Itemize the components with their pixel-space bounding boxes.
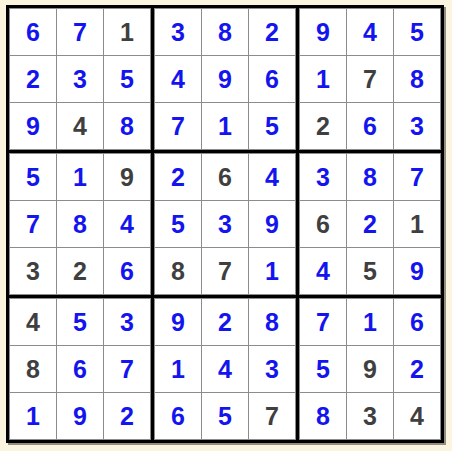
cell-r2c2[interactable]: 3 xyxy=(57,56,103,102)
cell-r2c9[interactable]: 8 xyxy=(394,56,440,102)
sudoku-block-1-2: 382496715 xyxy=(154,8,296,150)
cell-r3c9[interactable]: 3 xyxy=(394,103,440,149)
cell-r1c3[interactable]: 1 xyxy=(104,9,150,55)
cell-r5c6[interactable]: 9 xyxy=(249,201,295,247)
cell-r9c7[interactable]: 8 xyxy=(300,393,346,439)
cell-r7c4[interactable]: 9 xyxy=(155,299,201,345)
cell-r6c3[interactable]: 6 xyxy=(104,248,150,294)
sudoku-block-2-1: 519784326 xyxy=(9,153,151,295)
cell-r3c5[interactable]: 1 xyxy=(202,103,248,149)
cell-r5c5[interactable]: 3 xyxy=(202,201,248,247)
sudoku-block-3-1: 453867192 xyxy=(9,298,151,440)
sudoku-board: 6712359483824967159451782635197843262645… xyxy=(6,5,444,443)
cell-r6c7[interactable]: 4 xyxy=(300,248,346,294)
cell-r5c2[interactable]: 8 xyxy=(57,201,103,247)
cell-r3c4[interactable]: 7 xyxy=(155,103,201,149)
cell-r4c3[interactable]: 9 xyxy=(104,154,150,200)
cell-r9c5[interactable]: 5 xyxy=(202,393,248,439)
cell-r9c4[interactable]: 6 xyxy=(155,393,201,439)
cell-r1c9[interactable]: 5 xyxy=(394,9,440,55)
cell-r4c1[interactable]: 5 xyxy=(10,154,56,200)
cell-r8c6[interactable]: 3 xyxy=(249,346,295,392)
cell-r3c6[interactable]: 5 xyxy=(249,103,295,149)
cell-r1c1[interactable]: 6 xyxy=(10,9,56,55)
cell-r3c2[interactable]: 4 xyxy=(57,103,103,149)
sudoku-block-2-3: 387621459 xyxy=(299,153,441,295)
cell-r9c3[interactable]: 2 xyxy=(104,393,150,439)
cell-r7c8[interactable]: 1 xyxy=(347,299,393,345)
cell-r3c1[interactable]: 9 xyxy=(10,103,56,149)
sudoku-block-1-1: 671235948 xyxy=(9,8,151,150)
cell-r6c1[interactable]: 3 xyxy=(10,248,56,294)
cell-r4c8[interactable]: 8 xyxy=(347,154,393,200)
cell-r8c3[interactable]: 7 xyxy=(104,346,150,392)
cell-r3c8[interactable]: 6 xyxy=(347,103,393,149)
cell-r7c5[interactable]: 2 xyxy=(202,299,248,345)
sudoku-block-1-3: 945178263 xyxy=(299,8,441,150)
cell-r6c5[interactable]: 7 xyxy=(202,248,248,294)
cell-r2c5[interactable]: 9 xyxy=(202,56,248,102)
cell-r7c7[interactable]: 7 xyxy=(300,299,346,345)
cell-r4c4[interactable]: 2 xyxy=(155,154,201,200)
cell-r8c7[interactable]: 5 xyxy=(300,346,346,392)
cell-r8c2[interactable]: 6 xyxy=(57,346,103,392)
cell-r3c3[interactable]: 8 xyxy=(104,103,150,149)
cell-r9c9[interactable]: 4 xyxy=(394,393,440,439)
cell-r6c2[interactable]: 2 xyxy=(57,248,103,294)
cell-r7c3[interactable]: 3 xyxy=(104,299,150,345)
cell-r5c4[interactable]: 5 xyxy=(155,201,201,247)
cell-r2c7[interactable]: 1 xyxy=(300,56,346,102)
sudoku-block-3-3: 716592834 xyxy=(299,298,441,440)
cell-r9c2[interactable]: 9 xyxy=(57,393,103,439)
cell-r8c4[interactable]: 1 xyxy=(155,346,201,392)
cell-r1c5[interactable]: 8 xyxy=(202,9,248,55)
cell-r1c6[interactable]: 2 xyxy=(249,9,295,55)
cell-r5c8[interactable]: 2 xyxy=(347,201,393,247)
cell-r2c3[interactable]: 5 xyxy=(104,56,150,102)
cell-r9c1[interactable]: 1 xyxy=(10,393,56,439)
sudoku-block-3-2: 928143657 xyxy=(154,298,296,440)
cell-r7c9[interactable]: 6 xyxy=(394,299,440,345)
cell-r8c1[interactable]: 8 xyxy=(10,346,56,392)
cell-r5c7[interactable]: 6 xyxy=(300,201,346,247)
cell-r2c1[interactable]: 2 xyxy=(10,56,56,102)
cell-r2c8[interactable]: 7 xyxy=(347,56,393,102)
cell-r1c2[interactable]: 7 xyxy=(57,9,103,55)
cell-r1c7[interactable]: 9 xyxy=(300,9,346,55)
sudoku-block-2-2: 264539871 xyxy=(154,153,296,295)
cell-r2c6[interactable]: 6 xyxy=(249,56,295,102)
cell-r9c6[interactable]: 7 xyxy=(249,393,295,439)
cell-r6c8[interactable]: 5 xyxy=(347,248,393,294)
cell-r9c8[interactable]: 3 xyxy=(347,393,393,439)
cell-r4c2[interactable]: 1 xyxy=(57,154,103,200)
cell-r7c2[interactable]: 5 xyxy=(57,299,103,345)
cell-r1c4[interactable]: 3 xyxy=(155,9,201,55)
cell-r5c3[interactable]: 4 xyxy=(104,201,150,247)
cell-r1c8[interactable]: 4 xyxy=(347,9,393,55)
cell-r8c5[interactable]: 4 xyxy=(202,346,248,392)
cell-r6c6[interactable]: 1 xyxy=(249,248,295,294)
cell-r7c1[interactable]: 4 xyxy=(10,299,56,345)
cell-r4c5[interactable]: 6 xyxy=(202,154,248,200)
cell-r5c1[interactable]: 7 xyxy=(10,201,56,247)
cell-r6c9[interactable]: 9 xyxy=(394,248,440,294)
cell-r8c8[interactable]: 9 xyxy=(347,346,393,392)
cell-r2c4[interactable]: 4 xyxy=(155,56,201,102)
cell-r3c7[interactable]: 2 xyxy=(300,103,346,149)
cell-r6c4[interactable]: 8 xyxy=(155,248,201,294)
cell-r8c9[interactable]: 2 xyxy=(394,346,440,392)
cell-r5c9[interactable]: 1 xyxy=(394,201,440,247)
cell-r4c9[interactable]: 7 xyxy=(394,154,440,200)
cell-r4c6[interactable]: 4 xyxy=(249,154,295,200)
cell-r4c7[interactable]: 3 xyxy=(300,154,346,200)
cell-r7c6[interactable]: 8 xyxy=(249,299,295,345)
